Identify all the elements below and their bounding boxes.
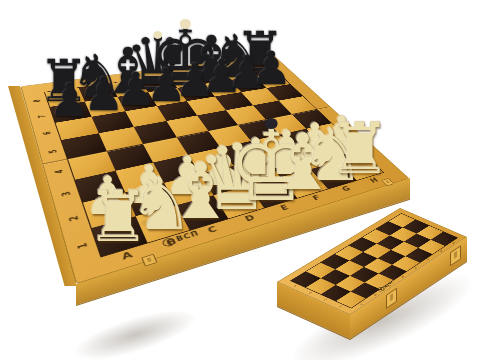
folded-rank-label-3: 3: [308, 291, 313, 294]
folded-rank-label-1: 1: [338, 305, 343, 308]
folded-board-clasp-1: [386, 288, 397, 309]
rank-label-5: 5: [47, 149, 59, 154]
rank-label-4: 4: [53, 169, 66, 175]
chess-set-photo: ♞ ВСП ABCDEFGH87654321 ♞ ВСП ABCDEFGH432…: [0, 0, 480, 360]
folded-rank-label-4: 4: [293, 285, 298, 288]
folded-file-label-E: E: [413, 267, 417, 269]
finial-black-queen-d8: [153, 31, 163, 40]
rank-label-6: 6: [41, 131, 53, 136]
piece-black-pawn-h7: ♟: [251, 46, 292, 92]
piece-white-rook-h1: ♜: [328, 114, 391, 185]
folded-board-clasp-2: [450, 245, 461, 266]
rank-label-2: 2: [67, 215, 81, 223]
folded-file-label-F: F: [426, 258, 430, 260]
folded-file-label-G: G: [439, 250, 444, 252]
folded-file-label-D: D: [400, 275, 405, 278]
rank-label-3: 3: [59, 190, 72, 197]
main-board-ground-shadow: [68, 300, 202, 360]
folded-file-label-B: B: [373, 294, 378, 297]
folded-file-label-H: H: [451, 242, 456, 244]
folded-rank-label-2: 2: [323, 298, 328, 301]
finial-white-king-e1: [265, 118, 278, 129]
folded-file-label-A: A: [359, 303, 364, 306]
